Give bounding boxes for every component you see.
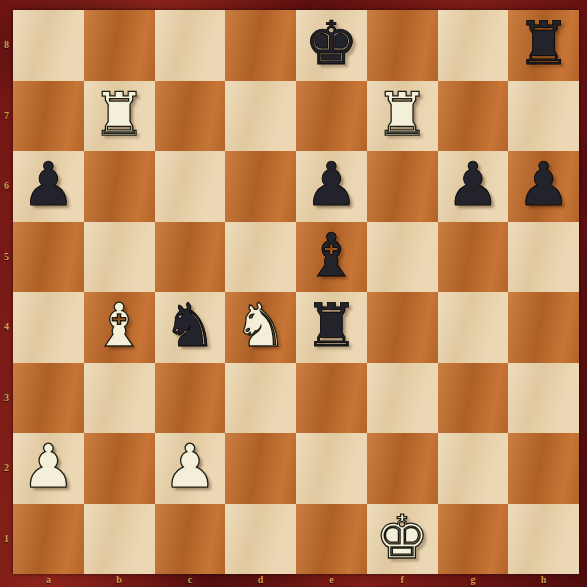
square-a1[interactable] (13, 504, 84, 575)
square-d8[interactable] (225, 10, 296, 81)
square-f1[interactable]: ♚ (367, 504, 438, 575)
square-e3[interactable] (296, 363, 367, 434)
square-e4[interactable]: ♜ (296, 292, 367, 363)
square-h3[interactable] (508, 363, 579, 434)
square-d6[interactable] (225, 151, 296, 222)
square-c6[interactable] (155, 151, 226, 222)
square-e7[interactable] (296, 81, 367, 152)
file-label-c: c (180, 574, 200, 587)
square-f2[interactable] (367, 433, 438, 504)
rank-label-5: 5 (0, 251, 13, 262)
square-c2[interactable]: ♟ (155, 433, 226, 504)
square-a6[interactable]: ♟ (13, 151, 84, 222)
rank-label-3: 3 (0, 392, 13, 403)
square-c1[interactable] (155, 504, 226, 575)
square-c3[interactable] (155, 363, 226, 434)
piece-white-rook[interactable]: ♜ (375, 84, 429, 144)
file-label-d: d (251, 574, 271, 587)
rank-label-2: 2 (0, 462, 13, 473)
square-h6[interactable]: ♟ (508, 151, 579, 222)
square-h5[interactable] (508, 222, 579, 293)
square-g2[interactable] (438, 433, 509, 504)
square-c4[interactable]: ♞ (155, 292, 226, 363)
square-g1[interactable] (438, 504, 509, 575)
square-g3[interactable] (438, 363, 509, 434)
square-h1[interactable] (508, 504, 579, 575)
square-f8[interactable] (367, 10, 438, 81)
square-f3[interactable] (367, 363, 438, 434)
piece-black-rook[interactable]: ♜ (304, 295, 358, 355)
square-b2[interactable] (84, 433, 155, 504)
rank-label-8: 8 (0, 39, 13, 50)
square-g4[interactable] (438, 292, 509, 363)
square-h8[interactable]: ♜ (508, 10, 579, 81)
square-f7[interactable]: ♜ (367, 81, 438, 152)
square-d7[interactable] (225, 81, 296, 152)
square-a8[interactable] (13, 10, 84, 81)
square-c7[interactable] (155, 81, 226, 152)
square-d2[interactable] (225, 433, 296, 504)
piece-black-bishop[interactable]: ♝ (304, 225, 358, 285)
square-a4[interactable] (13, 292, 84, 363)
piece-black-pawn[interactable]: ♟ (446, 154, 500, 214)
square-f5[interactable] (367, 222, 438, 293)
square-h2[interactable] (508, 433, 579, 504)
piece-white-bishop[interactable]: ♝ (92, 295, 146, 355)
piece-white-pawn[interactable]: ♟ (163, 436, 217, 496)
square-f6[interactable] (367, 151, 438, 222)
file-label-a: a (38, 574, 58, 587)
file-label-h: h (534, 574, 554, 587)
piece-black-pawn[interactable]: ♟ (304, 154, 358, 214)
square-f4[interactable] (367, 292, 438, 363)
piece-white-knight[interactable]: ♞ (234, 295, 288, 355)
square-e2[interactable] (296, 433, 367, 504)
rank-label-1: 1 (0, 533, 13, 544)
square-a5[interactable] (13, 222, 84, 293)
square-d5[interactable] (225, 222, 296, 293)
square-b7[interactable]: ♜ (84, 81, 155, 152)
square-d1[interactable] (225, 504, 296, 575)
square-g7[interactable] (438, 81, 509, 152)
square-b6[interactable] (84, 151, 155, 222)
square-b3[interactable] (84, 363, 155, 434)
square-b5[interactable] (84, 222, 155, 293)
piece-white-pawn[interactable]: ♟ (21, 436, 75, 496)
piece-black-pawn[interactable]: ♟ (517, 154, 571, 214)
rank-label-7: 7 (0, 110, 13, 121)
piece-black-rook[interactable]: ♜ (517, 13, 571, 73)
square-a3[interactable] (13, 363, 84, 434)
file-label-g: g (463, 574, 483, 587)
square-h7[interactable] (508, 81, 579, 152)
square-d3[interactable] (225, 363, 296, 434)
piece-black-pawn[interactable]: ♟ (21, 154, 75, 214)
square-e8[interactable]: ♚ (296, 10, 367, 81)
chess-board: ♚♜♜♜♟♟♟♟♝♝♞♞♜♟♟♚ (13, 10, 579, 574)
piece-white-rook[interactable]: ♜ (92, 84, 146, 144)
piece-white-king[interactable]: ♚ (375, 507, 429, 567)
square-a7[interactable] (13, 81, 84, 152)
square-b8[interactable] (84, 10, 155, 81)
piece-black-king[interactable]: ♚ (304, 13, 358, 73)
square-c8[interactable] (155, 10, 226, 81)
file-label-e: e (321, 574, 341, 587)
square-g8[interactable] (438, 10, 509, 81)
square-g5[interactable] (438, 222, 509, 293)
square-g6[interactable]: ♟ (438, 151, 509, 222)
square-b1[interactable] (84, 504, 155, 575)
rank-label-6: 6 (0, 180, 13, 191)
piece-black-knight[interactable]: ♞ (163, 295, 217, 355)
square-a2[interactable]: ♟ (13, 433, 84, 504)
file-label-b: b (109, 574, 129, 587)
rank-label-4: 4 (0, 321, 13, 332)
board-frame: ♚♜♜♜♟♟♟♟♝♝♞♞♜♟♟♚ 87654321abcdefgh (0, 0, 587, 587)
square-h4[interactable] (508, 292, 579, 363)
square-e1[interactable] (296, 504, 367, 575)
file-label-f: f (392, 574, 412, 587)
square-b4[interactable]: ♝ (84, 292, 155, 363)
square-d4[interactable]: ♞ (225, 292, 296, 363)
square-e6[interactable]: ♟ (296, 151, 367, 222)
square-e5[interactable]: ♝ (296, 222, 367, 293)
square-c5[interactable] (155, 222, 226, 293)
